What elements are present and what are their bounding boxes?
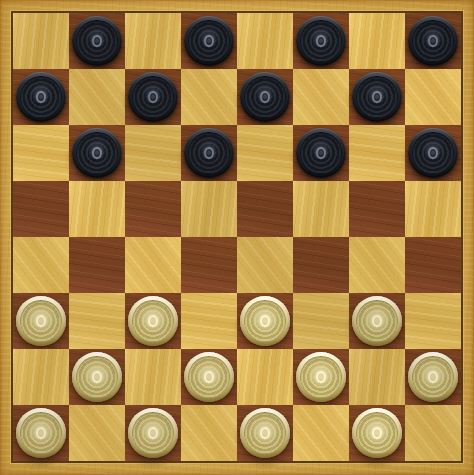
piece-dark[interactable]: ⛂ <box>72 128 122 178</box>
square-f8[interactable]: ⛂ <box>293 13 349 69</box>
square-c1[interactable]: ⛀ <box>125 405 181 461</box>
piece-dark[interactable]: ⛂ <box>408 16 458 66</box>
piece-light[interactable]: ⛀ <box>240 296 290 346</box>
piece-dark[interactable]: ⛂ <box>296 16 346 66</box>
square-f5[interactable] <box>293 181 349 237</box>
square-h6[interactable]: ⛂ <box>405 125 461 181</box>
checker-glyph: ⛀ <box>28 305 55 337</box>
square-f7[interactable] <box>293 69 349 125</box>
piece-light[interactable]: ⛀ <box>184 352 234 402</box>
checker-glyph: ⛂ <box>28 81 55 113</box>
square-c4[interactable] <box>125 237 181 293</box>
piece-light[interactable]: ⛀ <box>296 352 346 402</box>
square-f2[interactable]: ⛀ <box>293 349 349 405</box>
square-g2[interactable] <box>349 349 405 405</box>
square-g3[interactable]: ⛀ <box>349 293 405 349</box>
square-f6[interactable]: ⛂ <box>293 125 349 181</box>
square-b5[interactable] <box>69 181 125 237</box>
square-c6[interactable] <box>125 125 181 181</box>
square-a1[interactable]: ⛀ <box>13 405 69 461</box>
square-g6[interactable] <box>349 125 405 181</box>
checker-glyph: ⛂ <box>420 137 447 169</box>
square-e7[interactable]: ⛂ <box>237 69 293 125</box>
square-d1[interactable] <box>181 405 237 461</box>
square-c3[interactable]: ⛀ <box>125 293 181 349</box>
square-h4[interactable] <box>405 237 461 293</box>
square-b1[interactable] <box>69 405 125 461</box>
square-a2[interactable] <box>13 349 69 405</box>
square-b8[interactable]: ⛂ <box>69 13 125 69</box>
square-h8[interactable]: ⛂ <box>405 13 461 69</box>
square-g1[interactable]: ⛀ <box>349 405 405 461</box>
checker-glyph: ⛂ <box>364 81 391 113</box>
square-c8[interactable] <box>125 13 181 69</box>
piece-light[interactable]: ⛀ <box>352 408 402 458</box>
square-h5[interactable] <box>405 181 461 237</box>
square-e3[interactable]: ⛀ <box>237 293 293 349</box>
checker-glyph: ⛀ <box>196 361 223 393</box>
square-b7[interactable] <box>69 69 125 125</box>
checker-glyph: ⛀ <box>140 417 167 449</box>
checker-glyph: ⛀ <box>420 361 447 393</box>
square-b3[interactable] <box>69 293 125 349</box>
checker-glyph: ⛀ <box>140 305 167 337</box>
checker-glyph: ⛀ <box>84 361 111 393</box>
piece-dark[interactable]: ⛂ <box>352 72 402 122</box>
checker-glyph: ⛂ <box>420 25 447 57</box>
square-h2[interactable]: ⛀ <box>405 349 461 405</box>
checker-glyph: ⛂ <box>196 25 223 57</box>
piece-light[interactable]: ⛀ <box>128 296 178 346</box>
checker-glyph: ⛂ <box>140 81 167 113</box>
piece-light[interactable]: ⛀ <box>16 408 66 458</box>
board: ⛂⛂⛂⛂⛂⛂⛂⛂⛂⛂⛂⛂⛀⛀⛀⛀⛀⛀⛀⛀⛀⛀⛀⛀ <box>13 13 461 461</box>
square-e4[interactable] <box>237 237 293 293</box>
square-b2[interactable]: ⛀ <box>69 349 125 405</box>
piece-light[interactable]: ⛀ <box>16 296 66 346</box>
square-d5[interactable] <box>181 181 237 237</box>
piece-dark[interactable]: ⛂ <box>408 128 458 178</box>
checkers-app: ⛂⛂⛂⛂⛂⛂⛂⛂⛂⛂⛂⛂⛀⛀⛀⛀⛀⛀⛀⛀⛀⛀⛀⛀ <box>0 0 474 475</box>
square-h7[interactable] <box>405 69 461 125</box>
square-d2[interactable]: ⛀ <box>181 349 237 405</box>
piece-dark[interactable]: ⛂ <box>16 72 66 122</box>
piece-light[interactable]: ⛀ <box>240 408 290 458</box>
checker-glyph: ⛂ <box>252 81 279 113</box>
square-e5[interactable] <box>237 181 293 237</box>
piece-dark[interactable]: ⛂ <box>128 72 178 122</box>
square-e2[interactable] <box>237 349 293 405</box>
square-g5[interactable] <box>349 181 405 237</box>
square-b6[interactable]: ⛂ <box>69 125 125 181</box>
square-d6[interactable]: ⛂ <box>181 125 237 181</box>
checker-glyph: ⛀ <box>364 305 391 337</box>
square-d7[interactable] <box>181 69 237 125</box>
square-g4[interactable] <box>349 237 405 293</box>
piece-dark[interactable]: ⛂ <box>296 128 346 178</box>
square-a4[interactable] <box>13 237 69 293</box>
piece-dark[interactable]: ⛂ <box>240 72 290 122</box>
piece-dark[interactable]: ⛂ <box>72 16 122 66</box>
square-h1[interactable] <box>405 405 461 461</box>
square-a5[interactable] <box>13 181 69 237</box>
square-e6[interactable] <box>237 125 293 181</box>
piece-dark[interactable]: ⛂ <box>184 16 234 66</box>
square-d3[interactable] <box>181 293 237 349</box>
square-g7[interactable]: ⛂ <box>349 69 405 125</box>
square-f4[interactable] <box>293 237 349 293</box>
checker-glyph: ⛀ <box>28 417 55 449</box>
checker-glyph: ⛂ <box>196 137 223 169</box>
square-g8[interactable] <box>349 13 405 69</box>
square-e1[interactable]: ⛀ <box>237 405 293 461</box>
piece-light[interactable]: ⛀ <box>128 408 178 458</box>
checker-glyph: ⛀ <box>308 361 335 393</box>
square-d8[interactable]: ⛂ <box>181 13 237 69</box>
square-d4[interactable] <box>181 237 237 293</box>
checker-glyph: ⛂ <box>84 25 111 57</box>
square-a3[interactable]: ⛀ <box>13 293 69 349</box>
square-h3[interactable] <box>405 293 461 349</box>
piece-light[interactable]: ⛀ <box>352 296 402 346</box>
square-e8[interactable] <box>237 13 293 69</box>
square-c5[interactable] <box>125 181 181 237</box>
square-a8[interactable] <box>13 13 69 69</box>
square-c2[interactable] <box>125 349 181 405</box>
checker-glyph: ⛀ <box>364 417 391 449</box>
square-b4[interactable] <box>69 237 125 293</box>
checker-glyph: ⛂ <box>84 137 111 169</box>
square-f1[interactable] <box>293 405 349 461</box>
checker-glyph: ⛂ <box>308 137 335 169</box>
piece-light[interactable]: ⛀ <box>72 352 122 402</box>
checker-glyph: ⛂ <box>308 25 335 57</box>
square-c7[interactable]: ⛂ <box>125 69 181 125</box>
checker-glyph: ⛀ <box>252 417 279 449</box>
piece-dark[interactable]: ⛂ <box>184 128 234 178</box>
square-a6[interactable] <box>13 125 69 181</box>
checker-glyph: ⛀ <box>252 305 279 337</box>
piece-light[interactable]: ⛀ <box>408 352 458 402</box>
square-a7[interactable]: ⛂ <box>13 69 69 125</box>
square-f3[interactable] <box>293 293 349 349</box>
